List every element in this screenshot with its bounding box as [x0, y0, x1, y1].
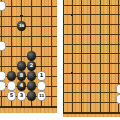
- grid-line: [63, 34, 120, 35]
- stone-white-1[interactable]: 1: [37, 71, 46, 80]
- stone-white[interactable]: [0, 81, 6, 90]
- stone-white[interactable]: [37, 81, 46, 90]
- move-number: 2: [30, 63, 33, 68]
- move-number: 11: [39, 94, 44, 98]
- stone-black[interactable]: [17, 61, 26, 70]
- grid-line: [90, 0, 91, 113]
- grid-line: [100, 0, 101, 113]
- stone-white[interactable]: [0, 41, 6, 50]
- move-number: 4: [20, 83, 23, 88]
- stone-black[interactable]: [7, 71, 16, 80]
- grid-line: [63, 92, 120, 93]
- grid-line: [0, 46, 57, 47]
- stone-black[interactable]: [27, 81, 36, 90]
- board-edge-line: [0, 106, 57, 108]
- stone-white-11[interactable]: 11: [37, 91, 46, 100]
- move-number: 3: [20, 93, 23, 98]
- star-point: [20, 15, 22, 17]
- stone-white[interactable]: [116, 94, 120, 103]
- stone-white[interactable]: [0, 71, 6, 80]
- stone-black-8[interactable]: 8: [17, 71, 26, 80]
- move-number: 5: [10, 93, 13, 98]
- grid-line: [109, 0, 110, 113]
- move-number: 1: [40, 73, 43, 78]
- grid-line: [72, 0, 73, 113]
- go-diagram: 1628145311: [0, 0, 120, 120]
- star-point: [71, 14, 73, 16]
- grid-line: [63, 102, 120, 103]
- stone-white[interactable]: [7, 81, 16, 90]
- grid-line: [0, 6, 57, 7]
- move-number: 8: [20, 73, 23, 78]
- move-number: 16: [19, 24, 24, 28]
- stone-black-4[interactable]: 4: [17, 81, 26, 90]
- stone-white[interactable]: [116, 84, 120, 93]
- right-board-panel[interactable]: [63, 0, 120, 117]
- grid-line: [63, 0, 64, 113]
- stone-black[interactable]: [27, 71, 36, 80]
- stone-black[interactable]: [27, 51, 36, 60]
- grid-line: [0, 16, 57, 17]
- grid-line: [63, 83, 120, 84]
- stone-white[interactable]: [0, 1, 6, 10]
- grid-line: [63, 5, 120, 6]
- grid-line: [0, 36, 57, 37]
- grid-line: [63, 44, 120, 45]
- stone-white-3[interactable]: 3: [17, 91, 26, 100]
- grid-line: [63, 63, 120, 64]
- grid-line: [63, 53, 120, 54]
- stone-white-5[interactable]: 5: [7, 91, 16, 100]
- grid-line: [0, 26, 57, 27]
- stone-black-2[interactable]: 2: [27, 61, 36, 70]
- grid-line: [81, 0, 82, 113]
- grid-line: [63, 24, 120, 25]
- left-board-panel[interactable]: 1628145311: [0, 0, 57, 113]
- stone-black[interactable]: [27, 91, 36, 100]
- star-point: [71, 72, 73, 74]
- stone-black-16[interactable]: 16: [17, 21, 26, 30]
- board-edge-line: [63, 112, 120, 114]
